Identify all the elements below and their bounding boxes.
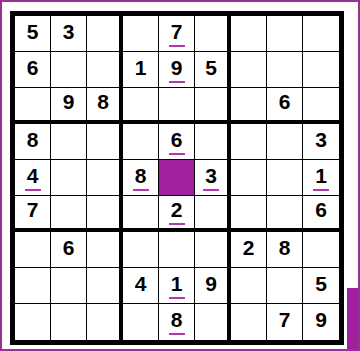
cell-digit: 8 bbox=[277, 237, 293, 263]
sudoku-cell[interactable] bbox=[51, 268, 87, 304]
cell-digit: 5 bbox=[25, 21, 41, 47]
cell-digit: 7 bbox=[25, 199, 41, 225]
sudoku-cell[interactable] bbox=[267, 160, 303, 196]
cell-digit: 9 bbox=[203, 273, 219, 299]
sudoku-cell[interactable]: 9 bbox=[159, 52, 195, 88]
sudoku-cell[interactable]: 6 bbox=[267, 88, 303, 124]
sudoku-cell[interactable] bbox=[231, 304, 267, 340]
sudoku-cell[interactable]: 5 bbox=[303, 268, 339, 304]
sudoku-cell[interactable] bbox=[303, 232, 339, 268]
cell-digit: 1 bbox=[169, 273, 185, 299]
sudoku-cell[interactable]: 9 bbox=[51, 88, 87, 124]
sudoku-cell[interactable]: 2 bbox=[231, 232, 267, 268]
cell-digit: 1 bbox=[133, 57, 149, 83]
sudoku-cell[interactable] bbox=[15, 268, 51, 304]
sudoku-cell[interactable]: 8 bbox=[87, 88, 123, 124]
cell-digit: 9 bbox=[313, 309, 329, 335]
sudoku-cell[interactable]: 7 bbox=[15, 196, 51, 232]
sudoku-cell[interactable] bbox=[195, 232, 231, 268]
cell-digit: 9 bbox=[61, 91, 77, 117]
sudoku-cell[interactable] bbox=[195, 196, 231, 232]
cell-digit: 1 bbox=[313, 165, 329, 191]
sudoku-cell[interactable] bbox=[267, 16, 303, 52]
sudoku-cell[interactable] bbox=[159, 232, 195, 268]
sudoku-cell[interactable]: 6 bbox=[303, 196, 339, 232]
sudoku-cell[interactable] bbox=[15, 232, 51, 268]
sudoku-cell[interactable]: 1 bbox=[159, 268, 195, 304]
sudoku-cell[interactable]: 4 bbox=[123, 268, 159, 304]
sudoku-cell[interactable] bbox=[51, 196, 87, 232]
sudoku-cell[interactable]: 6 bbox=[51, 232, 87, 268]
cell-digit: 4 bbox=[133, 273, 149, 299]
cell-digit: 6 bbox=[313, 199, 329, 225]
sudoku-cell[interactable] bbox=[15, 88, 51, 124]
cell-digit: 6 bbox=[277, 91, 293, 117]
sudoku-cell[interactable] bbox=[231, 52, 267, 88]
sudoku-cell[interactable] bbox=[87, 52, 123, 88]
sudoku-cell[interactable] bbox=[303, 88, 339, 124]
sudoku-cell[interactable] bbox=[87, 232, 123, 268]
selected-cell[interactable] bbox=[159, 160, 195, 196]
sudoku-app-frame: 537619598686348317266284195879 bbox=[0, 0, 360, 351]
cell-digit: 4 bbox=[25, 165, 41, 191]
sudoku-cell[interactable] bbox=[51, 52, 87, 88]
sudoku-cell[interactable] bbox=[87, 196, 123, 232]
sudoku-cell[interactable]: 5 bbox=[15, 16, 51, 52]
sudoku-cell[interactable] bbox=[267, 124, 303, 160]
sudoku-cell[interactable]: 5 bbox=[195, 52, 231, 88]
sudoku-cell[interactable] bbox=[123, 196, 159, 232]
sudoku-cell[interactable] bbox=[123, 304, 159, 340]
cell-digit: 3 bbox=[313, 129, 329, 155]
sudoku-cell[interactable] bbox=[123, 16, 159, 52]
cell-digit: 8 bbox=[133, 165, 149, 191]
sudoku-cell[interactable] bbox=[87, 304, 123, 340]
sudoku-cell[interactable] bbox=[195, 88, 231, 124]
corner-accent-bar bbox=[347, 288, 360, 349]
cell-digit: 8 bbox=[169, 309, 185, 335]
sudoku-cell[interactable]: 8 bbox=[159, 304, 195, 340]
sudoku-cell[interactable] bbox=[195, 124, 231, 160]
cell-digit: 2 bbox=[169, 199, 185, 225]
cell-digit: 3 bbox=[203, 165, 219, 191]
sudoku-cell[interactable] bbox=[195, 16, 231, 52]
sudoku-cell[interactable] bbox=[231, 124, 267, 160]
sudoku-cell[interactable] bbox=[51, 124, 87, 160]
sudoku-cell[interactable] bbox=[303, 16, 339, 52]
sudoku-cell[interactable] bbox=[123, 88, 159, 124]
sudoku-cell[interactable] bbox=[231, 160, 267, 196]
sudoku-cell[interactable]: 6 bbox=[15, 52, 51, 88]
sudoku-cell[interactable]: 7 bbox=[159, 16, 195, 52]
sudoku-cell[interactable] bbox=[51, 160, 87, 196]
cell-digit: 5 bbox=[203, 57, 219, 83]
sudoku-cell[interactable] bbox=[303, 52, 339, 88]
sudoku-cell[interactable] bbox=[195, 304, 231, 340]
sudoku-cell[interactable] bbox=[267, 268, 303, 304]
cell-digit: 3 bbox=[61, 21, 77, 47]
cell-digit: 7 bbox=[277, 309, 293, 335]
sudoku-cell[interactable]: 4 bbox=[15, 160, 51, 196]
sudoku-cell[interactable] bbox=[51, 304, 87, 340]
sudoku-cell[interactable]: 7 bbox=[267, 304, 303, 340]
sudoku-cell[interactable]: 8 bbox=[267, 232, 303, 268]
sudoku-cell[interactable] bbox=[159, 88, 195, 124]
sudoku-cell[interactable] bbox=[231, 268, 267, 304]
cell-digit: 6 bbox=[61, 237, 77, 263]
cell-digit: 8 bbox=[25, 129, 41, 155]
sudoku-cell[interactable]: 3 bbox=[195, 160, 231, 196]
sudoku-cell[interactable] bbox=[267, 196, 303, 232]
sudoku-cell[interactable]: 8 bbox=[123, 160, 159, 196]
sudoku-cell[interactable] bbox=[15, 304, 51, 340]
sudoku-cell[interactable] bbox=[87, 124, 123, 160]
cell-digit: 2 bbox=[241, 237, 257, 263]
sudoku-cell[interactable] bbox=[231, 88, 267, 124]
sudoku-cell[interactable]: 9 bbox=[195, 268, 231, 304]
sudoku-cell[interactable]: 2 bbox=[159, 196, 195, 232]
sudoku-cell[interactable]: 8 bbox=[15, 124, 51, 160]
cell-digit: 6 bbox=[169, 129, 185, 155]
sudoku-cell[interactable] bbox=[87, 160, 123, 196]
cell-digit: 7 bbox=[169, 21, 185, 47]
cell-digit: 6 bbox=[25, 57, 41, 83]
sudoku-cell[interactable]: 9 bbox=[303, 304, 339, 340]
sudoku-cell[interactable] bbox=[87, 16, 123, 52]
cell-digit: 9 bbox=[169, 57, 185, 83]
sudoku-cell[interactable] bbox=[231, 196, 267, 232]
sudoku-cell[interactable]: 3 bbox=[51, 16, 87, 52]
sudoku-cell[interactable] bbox=[267, 52, 303, 88]
sudoku-board: 537619598686348317266284195879 bbox=[10, 11, 344, 345]
sudoku-cell[interactable] bbox=[123, 124, 159, 160]
sudoku-cell[interactable]: 6 bbox=[159, 124, 195, 160]
sudoku-cell[interactable] bbox=[123, 232, 159, 268]
sudoku-cell[interactable]: 1 bbox=[303, 160, 339, 196]
sudoku-cell[interactable] bbox=[87, 268, 123, 304]
sudoku-cell[interactable]: 1 bbox=[123, 52, 159, 88]
sudoku-cell[interactable] bbox=[231, 16, 267, 52]
sudoku-cell[interactable]: 3 bbox=[303, 124, 339, 160]
cell-digit: 5 bbox=[313, 273, 329, 299]
cell-digit: 8 bbox=[95, 91, 111, 117]
